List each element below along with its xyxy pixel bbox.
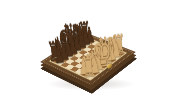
piece-glyph: ♜: [80, 52, 97, 82]
board-frame: ♜♟♟♜♞♟♟♞♝♟♟♝♛♟♟♛♚♟♟♚♝♟♟♝♞♟♟♞♜♟♟♜: [40, 32, 136, 86]
chess-set-photo: ♜♟♟♜♞♟♟♞♝♟♟♝♛♟♟♛♚♟♟♚♝♟♟♝♞♟♟♞♜♟♟♜: [0, 0, 175, 105]
board-square: ♟: [56, 60, 65, 65]
chess-board: ♜♟♟♜♞♟♟♞♝♟♟♝♛♟♟♛♚♟♟♚♝♟♟♝♞♟♟♞♜♟♟♜: [40, 32, 136, 86]
perspective-tilt: ♜♟♟♜♞♟♟♞♝♟♟♝♛♟♟♛♚♟♟♚♝♟♟♝♞♟♟♞♜♟♟♜: [0, 0, 175, 105]
board-square: ♜: [85, 73, 95, 79]
scene-3d: ♜♟♟♜♞♟♟♞♝♟♟♝♛♟♟♛♚♟♟♚♝♟♟♝♞♟♟♞♜♟♟♜: [0, 0, 175, 105]
